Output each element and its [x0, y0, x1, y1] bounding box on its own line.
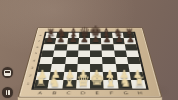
square-b6[interactable] — [54, 44, 67, 50]
square-f1[interactable]: ♝ — [104, 80, 119, 89]
square-d4[interactable] — [77, 57, 90, 64]
file-labels: ABCDEFGH — [32, 91, 147, 96]
file-label-b: B — [47, 91, 62, 96]
square-g1[interactable]: ♞ — [117, 80, 132, 89]
square-c4[interactable] — [65, 57, 78, 64]
black-pawn-f7[interactable]: ♟ — [103, 35, 111, 44]
square-c1[interactable]: ♝ — [62, 80, 77, 89]
square-h5[interactable] — [126, 50, 139, 57]
black-pawn-h7[interactable]: ♟ — [126, 35, 134, 44]
square-d6[interactable] — [78, 44, 90, 50]
file-label-a: A — [32, 91, 47, 96]
white-king-e1[interactable]: ♚ — [89, 71, 104, 88]
white-rook-h1[interactable]: ♜ — [133, 76, 144, 89]
white-rook-a1[interactable]: ♜ — [35, 76, 46, 89]
square-f4[interactable] — [102, 57, 115, 64]
square-b5[interactable] — [53, 50, 66, 57]
square-g7[interactable]: ♟ — [112, 38, 124, 44]
square-d5[interactable] — [78, 50, 90, 57]
square-f6[interactable] — [102, 44, 114, 50]
square-c5[interactable] — [66, 50, 79, 57]
black-pawn-e7[interactable]: ♟ — [92, 35, 100, 44]
square-e7[interactable]: ♟ — [90, 38, 102, 44]
black-pawn-g7[interactable]: ♟ — [115, 35, 123, 44]
black-pawn-c7[interactable]: ♟ — [69, 35, 77, 44]
square-h1[interactable]: ♜ — [131, 80, 147, 89]
file-label-f: F — [104, 91, 119, 96]
file-label-c: C — [61, 91, 76, 96]
square-h6[interactable] — [125, 44, 138, 50]
square-c6[interactable] — [66, 44, 78, 50]
square-d1[interactable]: ♛ — [76, 80, 90, 89]
chess-app-screen: ♜♞♝♛♚♝♞♜♟♟♟♟♟♟♟♟♟♟♟♟♟♟♟♟♜♞♝♛♚♝♞♜ ABCDEFG… — [0, 0, 178, 100]
pause-button[interactable] — [2, 87, 13, 98]
board-grid: ♜♞♝♛♚♝♞♜♟♟♟♟♟♟♟♟♟♟♟♟♟♟♟♟♜♞♝♛♚♝♞♜ — [31, 32, 149, 90]
white-knight-g1[interactable]: ♞ — [119, 75, 131, 89]
square-d7[interactable]: ♟ — [78, 38, 90, 44]
view-toggle-button[interactable] — [2, 67, 13, 78]
board-front-edge — [18, 97, 162, 100]
white-knight-b1[interactable]: ♞ — [49, 75, 61, 89]
square-g5[interactable] — [114, 50, 127, 57]
chess-board[interactable]: ♜♞♝♛♚♝♞♜♟♟♟♟♟♟♟♟♟♟♟♟♟♟♟♟♜♞♝♛♚♝♞♜ ABCDEFG… — [18, 28, 163, 98]
file-label-d: D — [76, 91, 90, 96]
square-h4[interactable] — [127, 57, 141, 64]
square-e1[interactable]: ♚ — [90, 80, 104, 89]
pause-icon — [6, 90, 10, 95]
square-e4[interactable] — [90, 57, 103, 64]
square-g4[interactable] — [115, 57, 128, 64]
file-label-g: G — [118, 91, 133, 96]
square-b1[interactable]: ♞ — [48, 80, 63, 89]
black-pawn-b7[interactable]: ♟ — [57, 35, 65, 44]
white-queen-d1[interactable]: ♛ — [76, 72, 90, 88]
black-pawn-d7[interactable]: ♟ — [80, 35, 88, 44]
square-c7[interactable]: ♟ — [67, 38, 79, 44]
white-bishop-f1[interactable]: ♝ — [104, 73, 117, 88]
white-bishop-c1[interactable]: ♝ — [62, 73, 75, 88]
board-view-icon — [4, 70, 11, 76]
square-e6[interactable] — [90, 44, 102, 50]
file-label-e: E — [90, 91, 104, 96]
square-f5[interactable] — [102, 50, 115, 57]
file-label-h: H — [132, 91, 147, 96]
black-pawn-a7[interactable]: ♟ — [45, 35, 53, 44]
square-b4[interactable] — [52, 57, 65, 64]
square-h7[interactable]: ♟ — [124, 38, 137, 44]
square-e5[interactable] — [90, 50, 102, 57]
